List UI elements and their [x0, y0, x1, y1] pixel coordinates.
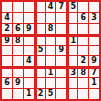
cell-r4c5-empty[interactable]: [46, 35, 56, 45]
cell-r5c5-empty[interactable]: [46, 46, 56, 56]
cell-r2c5-empty[interactable]: [46, 13, 56, 23]
cell-r2c4-empty[interactable]: [35, 13, 45, 23]
cell-r4c2-given-8[interactable]: 8: [13, 35, 23, 45]
cell-r1c1-empty[interactable]: [2, 2, 12, 12]
cell-r1c9-empty[interactable]: [89, 2, 99, 12]
cell-r6c2-empty[interactable]: [13, 56, 23, 66]
cell-r1c6-given-7[interactable]: 7: [56, 2, 66, 12]
cell-r5c8-empty[interactable]: [78, 46, 88, 56]
cell-r6c8-given-2[interactable]: 2: [78, 56, 88, 66]
cell-r6c1-empty[interactable]: [2, 56, 12, 66]
cell-r7c6-empty[interactable]: [56, 67, 66, 77]
cell-r4c1-given-9[interactable]: 9: [2, 35, 12, 45]
cell-r7c3-empty[interactable]: [24, 67, 34, 77]
cell-r6c6-empty[interactable]: [56, 56, 66, 66]
cell-r7c5-given-1[interactable]: 1: [46, 67, 56, 77]
cell-r3c2-given-6[interactable]: 6: [13, 24, 23, 34]
cell-r3c4-empty[interactable]: [35, 24, 45, 34]
cell-r5c7-empty[interactable]: [67, 46, 77, 56]
cell-r1c2-empty[interactable]: [13, 2, 23, 12]
cell-r9c1-empty[interactable]: [2, 89, 12, 99]
cell-r6c3-given-4[interactable]: 4: [24, 56, 34, 66]
cell-r6c9-given-9[interactable]: 9: [89, 56, 99, 66]
cell-r4c6-empty[interactable]: [56, 35, 66, 45]
cell-r5c1-empty[interactable]: [2, 46, 12, 56]
cell-r9c6-empty[interactable]: [56, 89, 66, 99]
cell-r6c4-empty[interactable]: [35, 56, 45, 66]
sudoku-board: 4754632698981594291387691125: [0, 0, 101, 101]
cell-r4c8-empty[interactable]: [78, 35, 88, 45]
cell-r9c8-empty[interactable]: [78, 89, 88, 99]
cell-r2c8-given-6[interactable]: 6: [78, 13, 88, 23]
cell-r1c8-empty[interactable]: [78, 2, 88, 12]
cell-r2c3-empty[interactable]: [24, 13, 34, 23]
cell-r8c9-given-1[interactable]: 1: [89, 78, 99, 88]
cell-r5c6-given-9[interactable]: 9: [56, 46, 66, 56]
cell-r4c4-empty[interactable]: [35, 35, 45, 45]
cell-r9c2-empty[interactable]: [13, 89, 23, 99]
cell-r7c8-given-8[interactable]: 8: [78, 67, 88, 77]
cell-r8c2-given-9[interactable]: 9: [13, 78, 23, 88]
cell-r8c6-empty[interactable]: [56, 78, 66, 88]
cell-r2c2-empty[interactable]: [13, 13, 23, 23]
cell-r1c5-given-4[interactable]: 4: [46, 2, 56, 12]
cell-r9c3-given-1[interactable]: 1: [24, 89, 34, 99]
cell-r3c9-empty[interactable]: [89, 24, 99, 34]
cell-r4c9-empty[interactable]: [89, 35, 99, 45]
cell-r9c4-given-2[interactable]: 2: [35, 89, 45, 99]
cell-r5c3-empty[interactable]: [24, 46, 34, 56]
cell-r8c3-empty[interactable]: [24, 78, 34, 88]
cell-r8c4-empty[interactable]: [35, 78, 45, 88]
cell-r1c3-empty[interactable]: [24, 2, 34, 12]
cell-r3c7-empty[interactable]: [67, 24, 77, 34]
cell-r2c7-empty[interactable]: [67, 13, 77, 23]
cell-r8c1-given-6[interactable]: 6: [2, 78, 12, 88]
cell-r3c1-given-2[interactable]: 2: [2, 24, 12, 34]
cell-r1c7-given-5[interactable]: 5: [67, 2, 77, 12]
cell-r2c6-empty[interactable]: [56, 13, 66, 23]
cell-r1c4-empty[interactable]: [35, 2, 45, 12]
cell-r8c8-empty[interactable]: [78, 78, 88, 88]
cell-r4c3-empty[interactable]: [24, 35, 34, 45]
cell-r3c8-empty[interactable]: [78, 24, 88, 34]
cell-r7c9-given-7[interactable]: 7: [89, 67, 99, 77]
cell-r4c7-given-1[interactable]: 1: [67, 35, 77, 45]
cell-r3c6-empty[interactable]: [56, 24, 66, 34]
cell-r9c5-given-5[interactable]: 5: [46, 89, 56, 99]
cell-r6c5-empty[interactable]: [46, 56, 56, 66]
cell-r5c2-empty[interactable]: [13, 46, 23, 56]
cell-r9c7-empty[interactable]: [67, 89, 77, 99]
cell-r3c3-given-9[interactable]: 9: [24, 24, 34, 34]
cell-r9c9-empty[interactable]: [89, 89, 99, 99]
cell-r5c9-empty[interactable]: [89, 46, 99, 56]
cell-r7c1-empty[interactable]: [2, 67, 12, 77]
cell-r8c7-empty[interactable]: [67, 78, 77, 88]
cell-r2c9-given-3[interactable]: 3: [89, 13, 99, 23]
cell-r2c1-given-4[interactable]: 4: [2, 13, 12, 23]
cell-r3c5-given-8[interactable]: 8: [46, 24, 56, 34]
cell-r7c4-empty[interactable]: [35, 67, 45, 77]
cell-r7c2-empty[interactable]: [13, 67, 23, 77]
cell-r5c4-given-5[interactable]: 5: [35, 46, 45, 56]
cell-r8c5-empty[interactable]: [46, 78, 56, 88]
cell-r6c7-empty[interactable]: [67, 56, 77, 66]
cell-r7c7-given-3[interactable]: 3: [67, 67, 77, 77]
